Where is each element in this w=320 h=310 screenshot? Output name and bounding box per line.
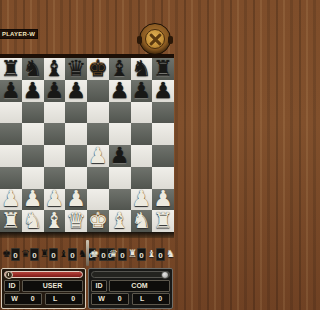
black-pawn: ♟: [132, 81, 152, 101]
black-knight: ♞: [132, 59, 152, 79]
losses-label: L: [53, 294, 57, 304]
slider-knob[interactable]: [161, 271, 169, 279]
black-pawn: ♟: [1, 81, 21, 101]
square-b5[interactable]: [22, 123, 44, 145]
square-h2[interactable]: ♟: [152, 189, 174, 211]
captured-count: 0: [99, 248, 108, 261]
white-bishop: ♝: [45, 211, 65, 231]
square-g8[interactable]: ♞: [131, 58, 153, 80]
square-h4[interactable]: [152, 145, 174, 167]
com-wins-box: W 0: [91, 293, 129, 305]
white-queen-counter: ♛0: [109, 248, 127, 261]
wins-count: 0: [118, 294, 122, 304]
square-c4[interactable]: [44, 145, 66, 167]
square-b6[interactable]: [22, 102, 44, 124]
square-e8[interactable]: ♚: [87, 58, 109, 80]
square-h7[interactable]: ♟: [152, 80, 174, 102]
com-timer-bar: [91, 271, 170, 278]
white-queen: ♛: [66, 211, 86, 231]
white-queen-icon: ♛: [109, 249, 118, 259]
square-g4[interactable]: [131, 145, 153, 167]
captured-count: 0: [11, 248, 20, 261]
square-f4[interactable]: ♟: [109, 145, 131, 167]
com-id-label: ID: [91, 280, 107, 292]
user-timer-bar: [4, 271, 83, 278]
white-rook-icon: ♜: [128, 249, 137, 259]
black-rook: ♜: [1, 59, 21, 79]
square-e5[interactable]: [87, 123, 109, 145]
white-pawn: ♟: [1, 189, 21, 209]
black-king-counter: ♚0: [2, 248, 20, 261]
user-wins-box: W 0: [4, 293, 42, 305]
square-a1[interactable]: ♜: [0, 210, 22, 232]
square-g1[interactable]: ♞: [131, 210, 153, 232]
black-rook-counter: ♜0: [40, 248, 58, 261]
square-c5[interactable]: [44, 123, 66, 145]
square-h6[interactable]: [152, 102, 174, 124]
white-knight: ♞: [23, 211, 43, 231]
square-d5[interactable]: [65, 123, 87, 145]
square-c6[interactable]: [44, 102, 66, 124]
square-a7[interactable]: ♟: [0, 80, 22, 102]
square-a3[interactable]: [0, 167, 22, 189]
white-king: ♚: [88, 211, 108, 231]
user-id-label: ID: [4, 280, 20, 292]
white-captured-strip: ♚0♛0♜0♝0♞0♟1: [90, 242, 172, 266]
user-id-value: USER: [22, 280, 83, 292]
black-pawn: ♟: [110, 146, 130, 166]
square-c3[interactable]: [44, 167, 66, 189]
capture-counters: ♚0♛0♜0♝0♞0♟0 ♚0♛0♜0♝0♞0♟1: [0, 238, 174, 268]
square-e6[interactable]: [87, 102, 109, 124]
black-bishop-counter: ♝0: [59, 248, 77, 261]
square-a2[interactable]: ♟: [0, 189, 22, 211]
player-side-label: PLAYER-W: [0, 29, 38, 39]
square-b3[interactable]: [22, 167, 44, 189]
square-b1[interactable]: ♞: [22, 210, 44, 232]
square-f7[interactable]: ♟: [109, 80, 131, 102]
white-king-counter: ♚0: [90, 248, 108, 261]
captured-count: 0: [30, 248, 39, 261]
wins-label: W: [11, 294, 18, 304]
square-d1[interactable]: ♛: [65, 210, 87, 232]
square-b2[interactable]: ♟: [22, 189, 44, 211]
clock-icon: [5, 271, 13, 279]
black-knight: ♞: [23, 59, 43, 79]
losses-count: 0: [158, 294, 162, 304]
square-h8[interactable]: ♜: [152, 58, 174, 80]
white-bishop: ♝: [110, 211, 130, 231]
square-b8[interactable]: ♞: [22, 58, 44, 80]
black-queen: ♛: [66, 59, 86, 79]
black-king-icon: ♚: [2, 249, 11, 259]
square-b7[interactable]: ♟: [22, 80, 44, 102]
square-a5[interactable]: [0, 123, 22, 145]
com-id-value: COM: [109, 280, 170, 292]
white-knight: ♞: [132, 211, 152, 231]
square-f2[interactable]: [109, 189, 131, 211]
square-d6[interactable]: [65, 102, 87, 124]
white-rook: ♜: [153, 211, 173, 231]
black-queen-counter: ♛0: [21, 248, 39, 261]
black-rook: ♜: [153, 59, 173, 79]
black-bishop-icon: ♝: [59, 249, 68, 259]
square-f1[interactable]: ♝: [109, 210, 131, 232]
captured-count: 0: [156, 248, 165, 261]
black-bishop: ♝: [45, 59, 65, 79]
wins-count: 0: [31, 294, 35, 304]
captured-count: 0: [49, 248, 58, 261]
crossed-swords-medal-icon: [145, 29, 165, 49]
square-f6[interactable]: [109, 102, 131, 124]
user-losses-box: L 0: [45, 293, 83, 305]
square-h3[interactable]: [152, 167, 174, 189]
black-king: ♚: [88, 59, 108, 79]
white-pawn: ♟: [66, 189, 86, 209]
square-d8[interactable]: ♛: [65, 58, 87, 80]
chess-app-screen: { "game": "chess", "position": { "fen": …: [0, 0, 174, 310]
square-c2[interactable]: ♟: [44, 189, 66, 211]
counter-divider: [86, 240, 89, 266]
white-knight-counter: ♞0: [166, 248, 174, 261]
square-g7[interactable]: ♟: [131, 80, 153, 102]
square-d4[interactable]: [65, 145, 87, 167]
com-losses-box: L 0: [132, 293, 170, 305]
square-c1[interactable]: ♝: [44, 210, 66, 232]
black-captured-strip: ♚0♛0♜0♝0♞0♟0: [2, 242, 84, 266]
square-f8[interactable]: ♝: [109, 58, 131, 80]
white-pawn: ♟: [23, 189, 43, 209]
white-bishop-icon: ♝: [147, 249, 156, 259]
square-a4[interactable]: [0, 145, 22, 167]
white-pawn: ♟: [132, 189, 152, 209]
com-panel: ID COM W 0 L 0: [88, 268, 173, 309]
white-pawn: ♟: [45, 189, 65, 209]
square-a6[interactable]: [0, 102, 22, 124]
captured-count: 0: [137, 248, 146, 261]
white-rook: ♜: [1, 211, 21, 231]
losses-count: 0: [71, 294, 75, 304]
square-d2[interactable]: ♟: [65, 189, 87, 211]
square-g5[interactable]: [131, 123, 153, 145]
square-a8[interactable]: ♜: [0, 58, 22, 80]
square-g2[interactable]: ♟: [131, 189, 153, 211]
black-pawn: ♟: [153, 81, 173, 101]
square-f3[interactable]: [109, 167, 131, 189]
square-f5[interactable]: [109, 123, 131, 145]
white-bishop-counter: ♝0: [147, 248, 165, 261]
captured-count: 0: [68, 248, 77, 261]
white-king-icon: ♚: [90, 249, 99, 259]
square-b4[interactable]: [22, 145, 44, 167]
captured-count: 0: [118, 248, 127, 261]
user-panel: ID USER W 0 L 0: [1, 268, 86, 309]
black-pawn: ♟: [66, 81, 86, 101]
wins-label: W: [98, 294, 105, 304]
chess-board: ♜♞♝♛♚♝♞♜♟♟♟♟♟♟♟♟♟♟♟♟♟♟♟♜♞♝♛♚♝♞♜: [0, 58, 174, 232]
medallion-menu-button[interactable]: [139, 23, 171, 55]
black-pawn: ♟: [23, 81, 43, 101]
black-pawn: ♟: [110, 81, 130, 101]
white-rook-counter: ♜0: [128, 248, 146, 261]
black-bishop: ♝: [110, 59, 130, 79]
square-c7[interactable]: ♟: [44, 80, 66, 102]
square-g6[interactable]: [131, 102, 153, 124]
square-g3[interactable]: [131, 167, 153, 189]
square-e4[interactable]: ♟: [87, 145, 109, 167]
white-pawn: ♟: [88, 146, 108, 166]
square-e1[interactable]: ♚: [87, 210, 109, 232]
black-rook-icon: ♜: [40, 249, 49, 259]
black-pawn: ♟: [45, 81, 65, 101]
square-e7[interactable]: [87, 80, 109, 102]
losses-label: L: [140, 294, 144, 304]
square-d3[interactable]: [65, 167, 87, 189]
square-c8[interactable]: ♝: [44, 58, 66, 80]
black-queen-icon: ♛: [21, 249, 30, 259]
square-d7[interactable]: ♟: [65, 80, 87, 102]
white-pawn: ♟: [153, 189, 173, 209]
square-e2[interactable]: [87, 189, 109, 211]
square-h5[interactable]: [152, 123, 174, 145]
square-h1[interactable]: ♜: [152, 210, 174, 232]
white-knight-icon: ♞: [166, 249, 174, 259]
square-e3[interactable]: [87, 167, 109, 189]
